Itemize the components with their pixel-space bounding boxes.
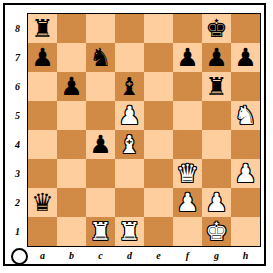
square-e7[interactable] [144,43,173,72]
square-f5[interactable] [173,101,202,130]
file-label-g: g [202,249,231,262]
piece-black-pawn: ♟ [234,43,256,72]
piece-black-rook: ♜ [205,72,227,101]
square-h2[interactable] [231,188,260,217]
piece-white-pawn: ♟ [118,101,140,130]
square-b3[interactable] [57,159,86,188]
square-f8[interactable] [173,14,202,43]
square-c7[interactable]: ♞ [86,43,115,72]
square-a8[interactable]: ♜ [28,14,57,43]
file-label-h: h [231,249,260,262]
piece-black-pawn: ♟ [176,43,198,72]
square-c6[interactable] [86,72,115,101]
square-g5[interactable] [202,101,231,130]
white-to-move-indicator [11,248,28,265]
rank-label-1: 1 [9,217,26,246]
piece-white-pawn: ♟ [234,159,256,188]
piece-white-bishop: ♝ [118,130,140,159]
piece-black-king: ♚ [205,14,227,43]
piece-white-rook: ♜ [118,217,140,246]
rank-label-5: 5 [9,101,26,130]
square-c8[interactable] [86,14,115,43]
piece-black-queen: ♛ [31,188,53,217]
piece-white-rook: ♜ [89,217,111,246]
square-d2[interactable] [115,188,144,217]
square-b7[interactable] [57,43,86,72]
square-e1[interactable] [144,217,173,246]
square-a3[interactable] [28,159,57,188]
square-g7[interactable]: ♟ [202,43,231,72]
square-d5[interactable]: ♟ [115,101,144,130]
piece-black-rook: ♜ [31,14,53,43]
square-h3[interactable]: ♟ [231,159,260,188]
square-a7[interactable]: ♟ [28,43,57,72]
square-h6[interactable] [231,72,260,101]
chess-diagram: { "game": "chess", "diagram": { "side_to… [0,0,273,273]
square-f4[interactable] [173,130,202,159]
rank-labels: 87654321 [9,14,26,246]
square-e8[interactable] [144,14,173,43]
square-c1[interactable]: ♜ [86,217,115,246]
square-c2[interactable] [86,188,115,217]
square-h1[interactable] [231,217,260,246]
piece-white-pawn: ♟ [176,188,198,217]
square-h8[interactable] [231,14,260,43]
square-h4[interactable] [231,130,260,159]
square-e3[interactable] [144,159,173,188]
square-g4[interactable] [202,130,231,159]
square-g6[interactable]: ♜ [202,72,231,101]
square-g3[interactable] [202,159,231,188]
square-b5[interactable] [57,101,86,130]
square-h5[interactable]: ♞ [231,101,260,130]
square-f2[interactable]: ♟ [173,188,202,217]
square-c4[interactable]: ♟ [86,130,115,159]
piece-black-knight: ♞ [89,43,111,72]
piece-black-pawn: ♟ [89,130,111,159]
piece-black-bishop: ♝ [118,72,140,101]
square-c5[interactable] [86,101,115,130]
rank-label-7: 7 [9,43,26,72]
square-a1[interactable] [28,217,57,246]
square-f6[interactable] [173,72,202,101]
file-label-e: e [144,249,173,262]
square-b2[interactable] [57,188,86,217]
square-b4[interactable] [57,130,86,159]
rank-label-6: 6 [9,72,26,101]
square-e2[interactable] [144,188,173,217]
square-d3[interactable] [115,159,144,188]
square-f3[interactable]: ♛ [173,159,202,188]
square-a5[interactable] [28,101,57,130]
square-d7[interactable] [115,43,144,72]
file-label-f: f [173,249,202,262]
square-a4[interactable] [28,130,57,159]
file-label-c: c [86,249,115,262]
file-labels: abcdefgh [28,249,260,262]
file-label-d: d [115,249,144,262]
square-a2[interactable]: ♛ [28,188,57,217]
square-f7[interactable]: ♟ [173,43,202,72]
square-d4[interactable]: ♝ [115,130,144,159]
square-h7[interactable]: ♟ [231,43,260,72]
rank-label-4: 4 [9,130,26,159]
piece-black-pawn: ♟ [31,43,53,72]
square-g2[interactable]: ♟ [202,188,231,217]
square-g1[interactable]: ♚ [202,217,231,246]
piece-white-queen: ♛ [176,159,198,188]
square-b6[interactable]: ♟ [57,72,86,101]
piece-black-pawn: ♟ [60,72,82,101]
square-d1[interactable]: ♜ [115,217,144,246]
rank-label-2: 2 [9,188,26,217]
square-b1[interactable] [57,217,86,246]
square-c3[interactable] [86,159,115,188]
piece-white-knight: ♞ [234,101,256,130]
square-e5[interactable] [144,101,173,130]
square-e4[interactable] [144,130,173,159]
rank-label-3: 3 [9,159,26,188]
square-a6[interactable] [28,72,57,101]
square-b8[interactable] [57,14,86,43]
piece-white-king: ♚ [205,217,227,246]
piece-black-pawn: ♟ [205,43,227,72]
square-e6[interactable] [144,72,173,101]
rank-label-8: 8 [9,14,26,43]
chess-board: ♜♚♟♞♟♟♟♟♝♜♟♞♟♝♛♟♛♟♟♜♜♚ [27,13,261,247]
file-label-b: b [57,249,86,262]
file-label-a: a [28,249,57,262]
piece-white-pawn: ♟ [205,188,227,217]
square-d6[interactable]: ♝ [115,72,144,101]
square-d8[interactable] [115,14,144,43]
square-f1[interactable] [173,217,202,246]
square-g8[interactable]: ♚ [202,14,231,43]
